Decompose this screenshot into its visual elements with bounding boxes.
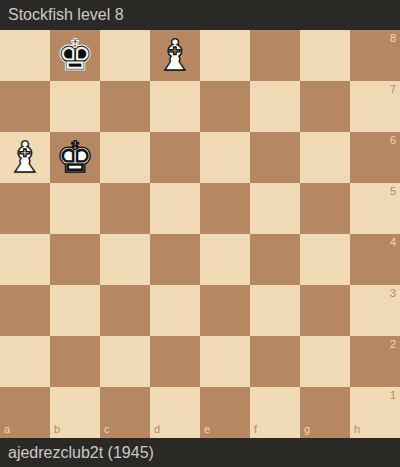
square-g6[interactable] — [300, 132, 350, 183]
square-d2[interactable] — [150, 336, 200, 387]
square-g8[interactable] — [300, 30, 350, 81]
square-d8[interactable]: ♝ — [150, 30, 200, 81]
square-f2[interactable] — [250, 336, 300, 387]
file-label-g: g — [304, 424, 310, 435]
square-f4[interactable] — [250, 234, 300, 285]
square-f6[interactable] — [250, 132, 300, 183]
square-h2[interactable]: 2 — [350, 336, 400, 387]
square-a6[interactable]: ♝ — [0, 132, 50, 183]
square-e1[interactable]: e — [200, 387, 250, 438]
rank-label-6: 6 — [390, 135, 396, 146]
rank-label-5: 5 — [390, 186, 396, 197]
rank-label-7: 7 — [390, 84, 396, 95]
piece-black-king-b8[interactable]: ♚ — [50, 30, 100, 81]
piece-white-king-b6[interactable]: ♚ — [50, 132, 100, 183]
rank-label-2: 2 — [390, 339, 396, 350]
square-e3[interactable] — [200, 285, 250, 336]
square-a4[interactable] — [0, 234, 50, 285]
chess-app-window: Stockfish level 8 ♚♝87♝♚65432abcdefgh1 a… — [0, 0, 400, 467]
square-a7[interactable] — [0, 81, 50, 132]
file-label-b: b — [54, 424, 60, 435]
square-f7[interactable] — [250, 81, 300, 132]
square-c8[interactable] — [100, 30, 150, 81]
square-g2[interactable] — [300, 336, 350, 387]
piece-white-bishop-d8[interactable]: ♝ — [150, 30, 200, 81]
square-g3[interactable] — [300, 285, 350, 336]
file-label-d: d — [154, 424, 160, 435]
square-d4[interactable] — [150, 234, 200, 285]
square-h6[interactable]: 6 — [350, 132, 400, 183]
square-b4[interactable] — [50, 234, 100, 285]
square-g4[interactable] — [300, 234, 350, 285]
square-c7[interactable] — [100, 81, 150, 132]
player-name-label: ajedrezclub2t (1945) — [8, 444, 154, 462]
square-e4[interactable] — [200, 234, 250, 285]
file-label-c: c — [104, 424, 110, 435]
square-c1[interactable]: c — [100, 387, 150, 438]
square-c6[interactable] — [100, 132, 150, 183]
square-f3[interactable] — [250, 285, 300, 336]
file-label-e: e — [204, 424, 210, 435]
square-b6[interactable]: ♚ — [50, 132, 100, 183]
square-a5[interactable] — [0, 183, 50, 234]
square-h1[interactable]: h1 — [350, 387, 400, 438]
square-h8[interactable]: 8 — [350, 30, 400, 81]
player-bar: ajedrezclub2t (1945) — [0, 438, 400, 467]
rank-label-8: 8 — [390, 33, 396, 44]
square-h3[interactable]: 3 — [350, 285, 400, 336]
square-d3[interactable] — [150, 285, 200, 336]
square-a2[interactable] — [0, 336, 50, 387]
file-label-h: h — [354, 424, 360, 435]
chess-board: ♚♝87♝♚65432abcdefgh1 — [0, 30, 400, 438]
square-g1[interactable]: g — [300, 387, 350, 438]
square-b8[interactable]: ♚ — [50, 30, 100, 81]
square-h5[interactable]: 5 — [350, 183, 400, 234]
square-f8[interactable] — [250, 30, 300, 81]
square-e6[interactable] — [200, 132, 250, 183]
square-h7[interactable]: 7 — [350, 81, 400, 132]
square-f1[interactable]: f — [250, 387, 300, 438]
square-b1[interactable]: b — [50, 387, 100, 438]
square-b3[interactable] — [50, 285, 100, 336]
square-c2[interactable] — [100, 336, 150, 387]
square-a1[interactable]: a — [0, 387, 50, 438]
square-d1[interactable]: d — [150, 387, 200, 438]
square-d5[interactable] — [150, 183, 200, 234]
square-d7[interactable] — [150, 81, 200, 132]
opponent-bar: Stockfish level 8 — [0, 0, 400, 30]
square-b2[interactable] — [50, 336, 100, 387]
square-b5[interactable] — [50, 183, 100, 234]
rank-label-3: 3 — [390, 288, 396, 299]
square-e7[interactable] — [200, 81, 250, 132]
square-a8[interactable] — [0, 30, 50, 81]
file-label-a: a — [4, 424, 10, 435]
square-e5[interactable] — [200, 183, 250, 234]
square-h4[interactable]: 4 — [350, 234, 400, 285]
square-c3[interactable] — [100, 285, 150, 336]
square-b7[interactable] — [50, 81, 100, 132]
square-d6[interactable] — [150, 132, 200, 183]
square-f5[interactable] — [250, 183, 300, 234]
rank-label-1: 1 — [390, 390, 396, 401]
file-label-f: f — [254, 424, 257, 435]
rank-label-4: 4 — [390, 237, 396, 248]
square-e8[interactable] — [200, 30, 250, 81]
square-g5[interactable] — [300, 183, 350, 234]
opponent-name-label: Stockfish level 8 — [8, 6, 124, 24]
square-c4[interactable] — [100, 234, 150, 285]
piece-white-bishop-a6[interactable]: ♝ — [0, 132, 50, 183]
square-g7[interactable] — [300, 81, 350, 132]
square-e2[interactable] — [200, 336, 250, 387]
square-a3[interactable] — [0, 285, 50, 336]
square-c5[interactable] — [100, 183, 150, 234]
